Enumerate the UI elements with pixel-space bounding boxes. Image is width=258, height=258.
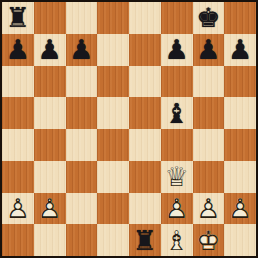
- white-pawn-piece: ♟♙: [193, 193, 225, 225]
- square-f2[interactable]: ♟♙: [161, 193, 193, 225]
- square-f6[interactable]: [161, 66, 193, 98]
- square-h6[interactable]: [224, 66, 256, 98]
- black-pawn-piece: ♟: [224, 34, 256, 66]
- white-queen-piece: ♛♕: [161, 161, 193, 193]
- black-pawn-piece: ♟: [66, 34, 98, 66]
- square-g7[interactable]: ♟: [193, 34, 225, 66]
- square-g4[interactable]: [193, 129, 225, 161]
- square-h1[interactable]: [224, 224, 256, 256]
- square-b2[interactable]: ♟♙: [34, 193, 66, 225]
- square-h2[interactable]: ♟♙: [224, 193, 256, 225]
- square-c1[interactable]: [66, 224, 98, 256]
- square-h3[interactable]: [224, 161, 256, 193]
- white-pawn-piece: ♟♙: [224, 193, 256, 225]
- square-e8[interactable]: [129, 2, 161, 34]
- black-pawn-piece: ♟: [193, 34, 225, 66]
- square-a1[interactable]: [2, 224, 34, 256]
- square-e3[interactable]: [129, 161, 161, 193]
- square-f3[interactable]: ♛♕: [161, 161, 193, 193]
- square-f8[interactable]: [161, 2, 193, 34]
- square-g3[interactable]: [193, 161, 225, 193]
- square-e4[interactable]: [129, 129, 161, 161]
- square-a6[interactable]: [2, 66, 34, 98]
- square-a7[interactable]: ♟: [2, 34, 34, 66]
- black-rook-piece: ♜: [129, 224, 161, 256]
- square-b7[interactable]: ♟: [34, 34, 66, 66]
- square-g6[interactable]: [193, 66, 225, 98]
- square-f5[interactable]: ♝: [161, 97, 193, 129]
- square-a8[interactable]: ♜: [2, 2, 34, 34]
- chess-board-frame: ♜♚♟♟♟♟♟♟♝♛♕♟♙♟♙♟♙♟♙♟♙♜♝♗♚♔: [0, 0, 258, 258]
- square-h8[interactable]: [224, 2, 256, 34]
- black-pawn-piece: ♟: [2, 34, 34, 66]
- square-a4[interactable]: [2, 129, 34, 161]
- square-d5[interactable]: [97, 97, 129, 129]
- square-d2[interactable]: [97, 193, 129, 225]
- square-g5[interactable]: [193, 97, 225, 129]
- white-king-piece: ♚♔: [193, 224, 225, 256]
- square-b4[interactable]: [34, 129, 66, 161]
- square-e7[interactable]: [129, 34, 161, 66]
- square-c5[interactable]: [66, 97, 98, 129]
- black-pawn-piece: ♟: [34, 34, 66, 66]
- black-bishop-piece: ♝: [161, 97, 193, 129]
- square-c8[interactable]: [66, 2, 98, 34]
- square-e1[interactable]: ♜: [129, 224, 161, 256]
- black-pawn-piece: ♟: [161, 34, 193, 66]
- square-c4[interactable]: [66, 129, 98, 161]
- white-pawn-piece: ♟♙: [161, 193, 193, 225]
- square-c2[interactable]: [66, 193, 98, 225]
- square-a5[interactable]: [2, 97, 34, 129]
- square-g2[interactable]: ♟♙: [193, 193, 225, 225]
- square-c7[interactable]: ♟: [66, 34, 98, 66]
- square-b5[interactable]: [34, 97, 66, 129]
- square-d7[interactable]: [97, 34, 129, 66]
- chess-board: ♜♚♟♟♟♟♟♟♝♛♕♟♙♟♙♟♙♟♙♟♙♜♝♗♚♔: [2, 2, 256, 256]
- square-c3[interactable]: [66, 161, 98, 193]
- square-g1[interactable]: ♚♔: [193, 224, 225, 256]
- square-b1[interactable]: [34, 224, 66, 256]
- square-a3[interactable]: [2, 161, 34, 193]
- square-b6[interactable]: [34, 66, 66, 98]
- square-h5[interactable]: [224, 97, 256, 129]
- black-king-piece: ♚: [193, 2, 225, 34]
- square-e2[interactable]: [129, 193, 161, 225]
- square-b3[interactable]: [34, 161, 66, 193]
- white-pawn-piece: ♟♙: [2, 193, 34, 225]
- white-pawn-piece: ♟♙: [34, 193, 66, 225]
- square-f1[interactable]: ♝♗: [161, 224, 193, 256]
- square-d6[interactable]: [97, 66, 129, 98]
- black-rook-piece: ♜: [2, 2, 34, 34]
- square-e5[interactable]: [129, 97, 161, 129]
- square-c6[interactable]: [66, 66, 98, 98]
- square-d3[interactable]: [97, 161, 129, 193]
- square-b8[interactable]: [34, 2, 66, 34]
- white-bishop-piece: ♝♗: [161, 224, 193, 256]
- square-d1[interactable]: [97, 224, 129, 256]
- square-d8[interactable]: [97, 2, 129, 34]
- square-h7[interactable]: ♟: [224, 34, 256, 66]
- square-f4[interactable]: [161, 129, 193, 161]
- square-a2[interactable]: ♟♙: [2, 193, 34, 225]
- square-g8[interactable]: ♚: [193, 2, 225, 34]
- square-h4[interactable]: [224, 129, 256, 161]
- square-d4[interactable]: [97, 129, 129, 161]
- square-f7[interactable]: ♟: [161, 34, 193, 66]
- square-e6[interactable]: [129, 66, 161, 98]
